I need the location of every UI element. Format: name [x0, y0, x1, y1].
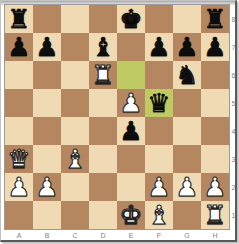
square-e3[interactable]	[117, 145, 145, 173]
square-c6[interactable]	[61, 61, 89, 89]
square-d8[interactable]	[89, 5, 117, 33]
square-c5[interactable]	[61, 89, 89, 117]
square-d1[interactable]	[89, 201, 117, 229]
square-c2[interactable]	[61, 173, 89, 201]
square-b3[interactable]	[33, 145, 61, 173]
square-d3[interactable]	[89, 145, 117, 173]
square-e4[interactable]: ♟	[117, 117, 145, 145]
square-c8[interactable]	[61, 5, 89, 33]
square-c1[interactable]	[61, 201, 89, 229]
file-label-g: G	[173, 231, 201, 240]
black-pawn-h7[interactable]: ♟	[203, 33, 226, 61]
square-e5[interactable]: ♟	[117, 89, 145, 117]
square-e6[interactable]	[117, 61, 145, 89]
square-d5[interactable]	[89, 89, 117, 117]
square-b8[interactable]	[33, 5, 61, 33]
square-a3[interactable]: ♛	[5, 145, 33, 173]
file-label-c: C	[61, 231, 89, 240]
white-bishop-f1[interactable]: ♝	[147, 201, 170, 229]
square-g7[interactable]: ♟	[173, 33, 201, 61]
square-a8[interactable]: ♜	[5, 5, 33, 33]
square-d6[interactable]: ♜	[89, 61, 117, 89]
square-f5[interactable]: ♛	[145, 89, 173, 117]
white-rook-h1[interactable]: ♜	[203, 201, 226, 229]
square-a2[interactable]: ♟	[5, 173, 33, 201]
square-h8[interactable]: ♜	[201, 5, 229, 33]
square-d4[interactable]	[89, 117, 117, 145]
square-c3[interactable]: ♝	[61, 145, 89, 173]
black-pawn-e4[interactable]: ♟	[119, 117, 142, 145]
square-g4[interactable]	[173, 117, 201, 145]
square-g2[interactable]: ♟	[173, 173, 201, 201]
black-pawn-b7[interactable]: ♟	[35, 33, 58, 61]
black-rook-h8[interactable]: ♜	[203, 5, 226, 33]
file-label-f: F	[145, 231, 173, 240]
square-e8[interactable]: ♚	[117, 5, 145, 33]
square-e2[interactable]	[117, 173, 145, 201]
square-g6[interactable]: ♞	[173, 61, 201, 89]
square-f8[interactable]	[145, 5, 173, 33]
square-h1[interactable]: ♜	[201, 201, 229, 229]
black-pawn-a7[interactable]: ♟	[7, 33, 30, 61]
square-g5[interactable]	[173, 89, 201, 117]
square-a5[interactable]	[5, 89, 33, 117]
square-c7[interactable]	[61, 33, 89, 61]
black-pawn-g7[interactable]: ♟	[175, 33, 198, 61]
square-h6[interactable]	[201, 61, 229, 89]
square-f1[interactable]: ♝	[145, 201, 173, 229]
square-e7[interactable]	[117, 33, 145, 61]
white-pawn-a2[interactable]: ♟	[7, 173, 30, 201]
rank-label-7: 7	[230, 33, 237, 61]
square-b6[interactable]	[33, 61, 61, 89]
square-h3[interactable]	[201, 145, 229, 173]
white-queen-a3[interactable]: ♛	[7, 145, 30, 173]
rank-label-6: 6	[230, 61, 237, 89]
rank-label-1: 1	[230, 201, 237, 229]
file-label-e: E	[117, 231, 145, 240]
square-a4[interactable]	[5, 117, 33, 145]
square-g3[interactable]	[173, 145, 201, 173]
rank-label-5: 5	[230, 89, 237, 117]
white-pawn-f2[interactable]: ♟	[147, 173, 170, 201]
white-pawn-e5[interactable]: ♟	[119, 89, 142, 117]
square-f2[interactable]: ♟	[145, 173, 173, 201]
square-e1[interactable]: ♚	[117, 201, 145, 229]
black-rook-a8[interactable]: ♜	[7, 5, 30, 33]
white-rook-d6[interactable]: ♜	[91, 61, 114, 89]
file-label-d: D	[89, 231, 117, 240]
white-pawn-b2[interactable]: ♟	[35, 173, 58, 201]
white-bishop-c3[interactable]: ♝	[63, 145, 86, 173]
square-g1[interactable]	[173, 201, 201, 229]
square-a1[interactable]	[5, 201, 33, 229]
white-king-e1[interactable]: ♚	[119, 201, 142, 229]
chess-board: ♜♚♜♟♟♝♟♟♟♜♞♟♛♟♛♝♟♟♟♟♟♚♝♜	[4, 4, 230, 230]
square-b7[interactable]: ♟	[33, 33, 61, 61]
square-b2[interactable]: ♟	[33, 173, 61, 201]
square-b4[interactable]	[33, 117, 61, 145]
square-f7[interactable]: ♟	[145, 33, 173, 61]
square-d7[interactable]: ♝	[89, 33, 117, 61]
square-f3[interactable]	[145, 145, 173, 173]
file-label-h: H	[201, 231, 229, 240]
file-label-a: A	[5, 231, 33, 240]
rank-label-3: 3	[230, 145, 237, 173]
square-h2[interactable]: ♟	[201, 173, 229, 201]
square-b1[interactable]	[33, 201, 61, 229]
square-b5[interactable]	[33, 89, 61, 117]
black-knight-g6[interactable]: ♞	[175, 61, 198, 89]
rank-label-2: 2	[230, 173, 237, 201]
rank-labels: 87654321	[230, 5, 237, 229]
square-h4[interactable]	[201, 117, 229, 145]
file-labels: ABCDEFGH	[5, 231, 229, 240]
black-bishop-d7[interactable]: ♝	[91, 33, 114, 61]
black-pawn-f7[interactable]: ♟	[147, 33, 170, 61]
square-h5[interactable]	[201, 89, 229, 117]
square-f6[interactable]	[145, 61, 173, 89]
rank-label-4: 4	[230, 117, 237, 145]
square-f4[interactable]	[145, 117, 173, 145]
white-pawn-g2[interactable]: ♟	[175, 173, 198, 201]
square-a6[interactable]	[5, 61, 33, 89]
white-pawn-h2[interactable]: ♟	[203, 173, 226, 201]
black-king-e8[interactable]: ♚	[119, 5, 142, 33]
square-h7[interactable]: ♟	[201, 33, 229, 61]
square-d2[interactable]	[89, 173, 117, 201]
square-g8[interactable]	[173, 5, 201, 33]
file-label-b: B	[33, 231, 61, 240]
rank-label-8: 8	[230, 5, 237, 33]
square-a7[interactable]: ♟	[5, 33, 33, 61]
black-queen-f5[interactable]: ♛	[147, 89, 170, 117]
square-c4[interactable]	[61, 117, 89, 145]
